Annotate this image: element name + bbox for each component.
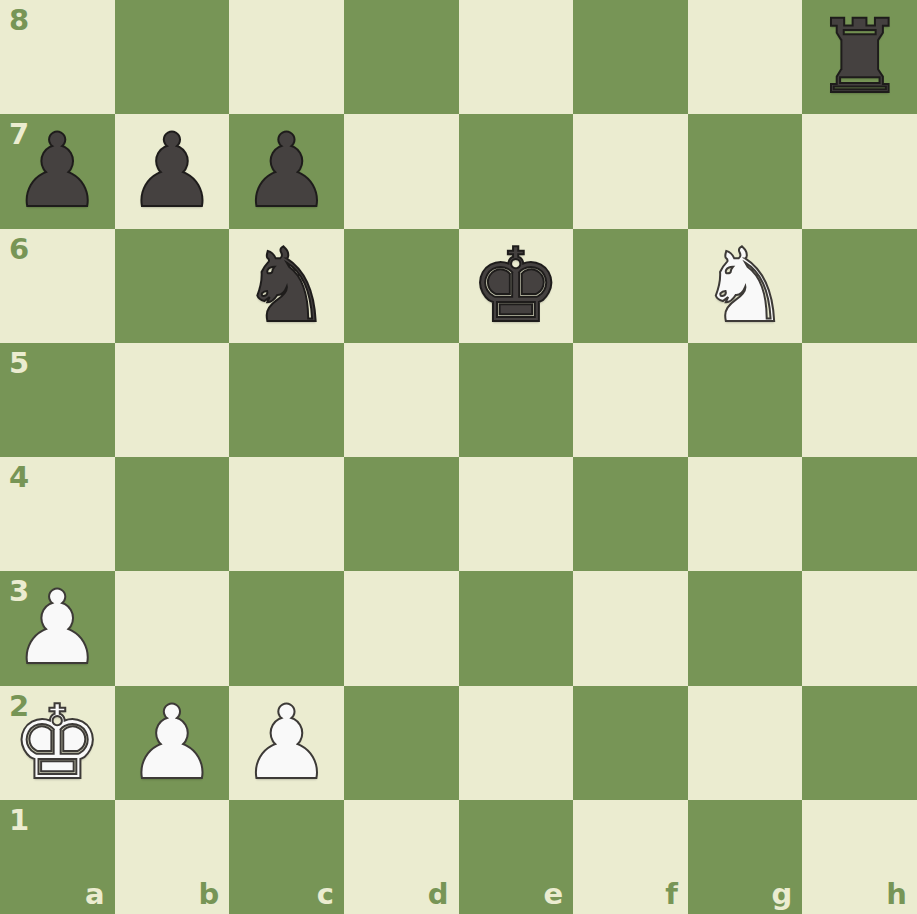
square-a8[interactable]: 8 (0, 0, 115, 114)
square-b2[interactable]: ♟ (115, 686, 230, 800)
square-h3[interactable] (802, 571, 917, 685)
file-label-b: b (198, 880, 219, 909)
square-f4[interactable] (573, 457, 688, 571)
square-h1[interactable]: h (802, 800, 917, 914)
rank-label-4: 4 (9, 463, 29, 492)
square-d1[interactable]: d (344, 800, 459, 914)
square-b5[interactable] (115, 343, 230, 457)
file-label-h: h (886, 880, 907, 909)
square-b8[interactable] (115, 0, 230, 114)
square-d7[interactable] (344, 114, 459, 228)
white-knight-piece[interactable]: ♞ (699, 235, 790, 337)
square-c8[interactable] (229, 0, 344, 114)
square-f7[interactable] (573, 114, 688, 228)
square-d6[interactable] (344, 229, 459, 343)
square-d4[interactable] (344, 457, 459, 571)
square-h6[interactable] (802, 229, 917, 343)
square-g4[interactable] (688, 457, 803, 571)
black-king-piece[interactable]: ♚ (470, 235, 561, 337)
square-c2[interactable]: ♟ (229, 686, 344, 800)
square-g1[interactable]: g (688, 800, 803, 914)
square-e4[interactable] (459, 457, 574, 571)
square-d3[interactable] (344, 571, 459, 685)
square-g3[interactable] (688, 571, 803, 685)
square-e1[interactable]: e (459, 800, 574, 914)
black-pawn-piece[interactable]: ♟ (12, 120, 103, 222)
file-label-g: g (772, 880, 793, 909)
square-c3[interactable] (229, 571, 344, 685)
white-pawn-piece[interactable]: ♟ (126, 692, 217, 794)
white-pawn-piece[interactable]: ♟ (12, 577, 103, 679)
file-label-e: e (543, 880, 563, 909)
white-pawn-piece[interactable]: ♟ (241, 692, 332, 794)
rank-label-8: 8 (9, 6, 29, 35)
square-a5[interactable]: 5 (0, 343, 115, 457)
square-f5[interactable] (573, 343, 688, 457)
square-c1[interactable]: c (229, 800, 344, 914)
square-g6[interactable]: ♞ (688, 229, 803, 343)
black-pawn-piece[interactable]: ♟ (126, 120, 217, 222)
black-pawn-piece[interactable]: ♟ (241, 120, 332, 222)
square-a4[interactable]: 4 (0, 457, 115, 571)
square-e5[interactable] (459, 343, 574, 457)
file-label-d: d (428, 880, 449, 909)
chess-board: 8♜7♟♟♟6♞♚♞543♟2♚♟♟1abcdefgh (0, 0, 917, 914)
square-e2[interactable] (459, 686, 574, 800)
square-c5[interactable] (229, 343, 344, 457)
square-c7[interactable]: ♟ (229, 114, 344, 228)
square-h4[interactable] (802, 457, 917, 571)
square-e6[interactable]: ♚ (459, 229, 574, 343)
square-a2[interactable]: 2♚ (0, 686, 115, 800)
square-f6[interactable] (573, 229, 688, 343)
square-a7[interactable]: 7♟ (0, 114, 115, 228)
square-a6[interactable]: 6 (0, 229, 115, 343)
square-g5[interactable] (688, 343, 803, 457)
file-label-f: f (665, 880, 678, 909)
square-b6[interactable] (115, 229, 230, 343)
square-b7[interactable]: ♟ (115, 114, 230, 228)
square-h7[interactable] (802, 114, 917, 228)
file-label-c: c (317, 880, 334, 909)
square-b3[interactable] (115, 571, 230, 685)
square-g2[interactable] (688, 686, 803, 800)
white-king-piece[interactable]: ♚ (12, 692, 103, 794)
square-g8[interactable] (688, 0, 803, 114)
square-d2[interactable] (344, 686, 459, 800)
square-h5[interactable] (802, 343, 917, 457)
square-h8[interactable]: ♜ (802, 0, 917, 114)
square-f8[interactable] (573, 0, 688, 114)
file-label-a: a (85, 880, 105, 909)
square-a3[interactable]: 3♟ (0, 571, 115, 685)
square-a1[interactable]: 1a (0, 800, 115, 914)
square-e3[interactable] (459, 571, 574, 685)
square-c4[interactable] (229, 457, 344, 571)
square-e8[interactable] (459, 0, 574, 114)
black-knight-piece[interactable]: ♞ (241, 235, 332, 337)
square-b1[interactable]: b (115, 800, 230, 914)
rank-label-1: 1 (9, 806, 29, 835)
square-d8[interactable] (344, 0, 459, 114)
square-f3[interactable] (573, 571, 688, 685)
square-g7[interactable] (688, 114, 803, 228)
rank-label-6: 6 (9, 235, 29, 264)
square-b4[interactable] (115, 457, 230, 571)
square-d5[interactable] (344, 343, 459, 457)
black-rook-piece[interactable]: ♜ (814, 6, 905, 108)
square-c6[interactable]: ♞ (229, 229, 344, 343)
square-f1[interactable]: f (573, 800, 688, 914)
square-e7[interactable] (459, 114, 574, 228)
rank-label-5: 5 (9, 349, 29, 378)
square-h2[interactable] (802, 686, 917, 800)
square-f2[interactable] (573, 686, 688, 800)
